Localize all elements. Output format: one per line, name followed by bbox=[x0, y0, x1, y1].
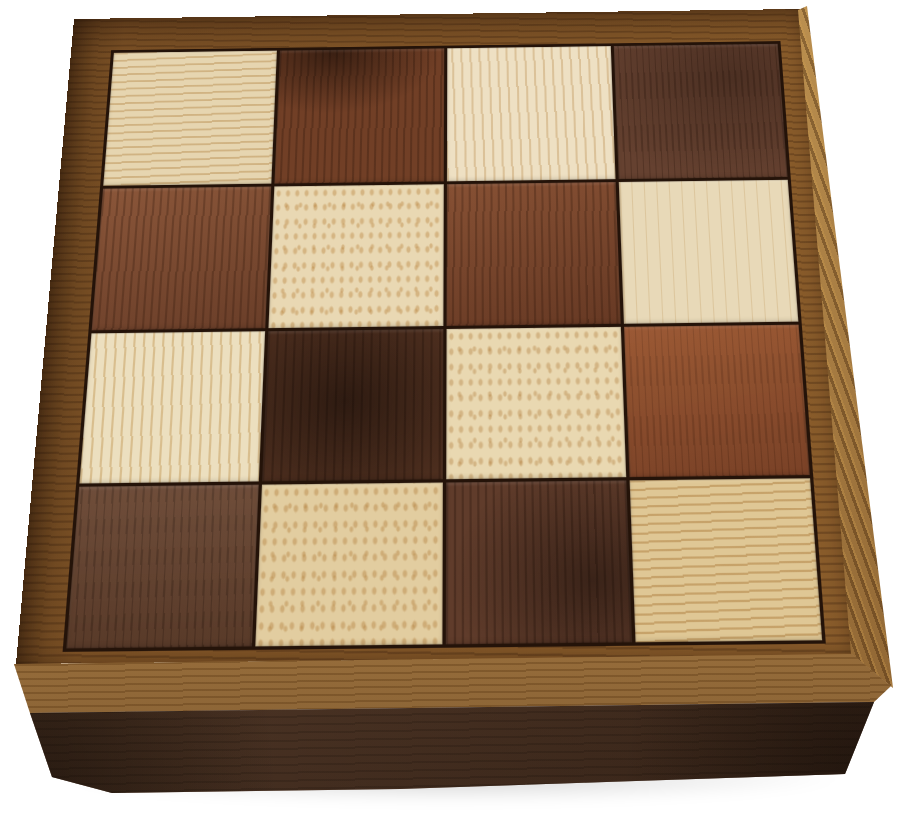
board-cell-r3c2-dark[interactable] bbox=[262, 329, 442, 482]
board-cell-r1c2-dark[interactable] bbox=[275, 48, 444, 183]
board-cell-r2c4-light[interactable] bbox=[618, 180, 798, 324]
board-cell-r1c3-light[interactable] bbox=[446, 46, 615, 181]
board-cell-r4c4-light[interactable] bbox=[629, 479, 822, 643]
board-cell-r3c3-light[interactable] bbox=[446, 326, 626, 479]
board-cell-r3c4-dark[interactable] bbox=[624, 324, 810, 477]
box-top-face-rim bbox=[16, 9, 852, 664]
board bbox=[63, 41, 826, 652]
board-cell-r2c2-light[interactable] bbox=[269, 184, 444, 328]
board-cell-r3c1-light[interactable] bbox=[79, 331, 265, 484]
board-cell-r4c1-dark[interactable] bbox=[66, 485, 259, 649]
product-photo-wooden-checkerboard-puzzle bbox=[0, 0, 900, 819]
board-cell-r4c3-dark[interactable] bbox=[445, 481, 632, 645]
board-cell-r1c4-dark[interactable] bbox=[614, 44, 788, 179]
board-cell-r2c1-dark[interactable] bbox=[92, 186, 272, 330]
board-cell-r4c2-light[interactable] bbox=[256, 483, 443, 647]
board-cell-r2c3-dark[interactable] bbox=[446, 182, 620, 326]
board-cell-r1c1-light[interactable] bbox=[103, 51, 277, 186]
